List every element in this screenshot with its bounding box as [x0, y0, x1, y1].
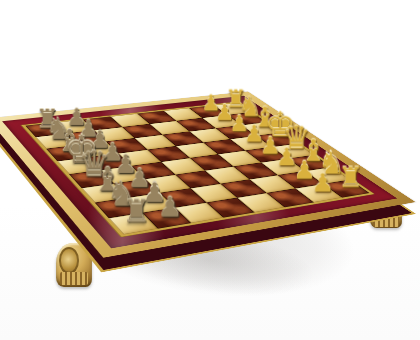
- white-p-glyph: ♟: [282, 171, 363, 196]
- scene: ♜♟♞♟♝♟♚♟♟♛♜♟♟♝♞♟♟♞♝♟♟♜♚♟♟♛♟♝♟♞♟♜: [0, 0, 420, 340]
- product-photo-stage: ♜♟♞♟♝♟♚♟♟♛♜♟♟♝♞♟♟♞♝♟♟♜♚♟♟♛♟♝♟♞♟♜: [0, 0, 420, 340]
- black-r-glyph: ♜: [92, 195, 181, 227]
- chess-board: ♜♟♞♟♝♟♚♟♟♛♜♟♟♝♞♟♟♞♝♟♟♜♚♟♟♛♟♝♟♞♟♜: [25, 103, 369, 235]
